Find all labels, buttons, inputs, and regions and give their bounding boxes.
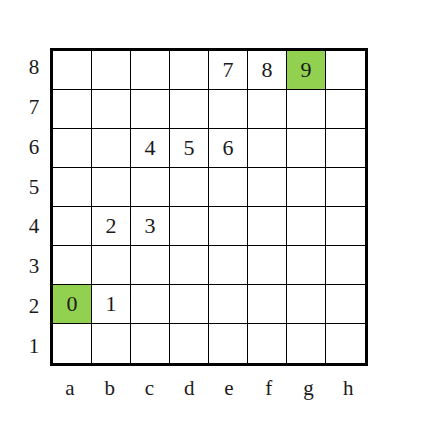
cell-a7[interactable] [53, 90, 92, 129]
cell-h6[interactable] [326, 129, 365, 168]
cell-b8[interactable] [92, 51, 131, 90]
col-label-h: h [328, 372, 368, 404]
cell-e8[interactable]: 7 [209, 51, 248, 90]
cell-a6[interactable] [53, 129, 92, 168]
cell-c3[interactable] [131, 246, 170, 285]
cell-c1[interactable] [131, 324, 170, 363]
board-grid: 7894562301 [50, 48, 368, 366]
cell-b6[interactable] [92, 129, 131, 168]
cell-g3[interactable] [287, 246, 326, 285]
cell-b5[interactable] [92, 168, 131, 207]
cell-d4[interactable] [170, 207, 209, 246]
cell-g1[interactable] [287, 324, 326, 363]
cell-h2[interactable] [326, 285, 365, 324]
cell-d2[interactable] [170, 285, 209, 324]
cell-f4[interactable] [248, 207, 287, 246]
col-label-b: b [90, 372, 130, 404]
col-label-d: d [169, 372, 209, 404]
cell-g4[interactable] [287, 207, 326, 246]
cell-h4[interactable] [326, 207, 365, 246]
col-label-f: f [249, 372, 289, 404]
col-label-a: a [50, 372, 90, 404]
cell-d1[interactable] [170, 324, 209, 363]
col-label-e: e [209, 372, 249, 404]
cell-g5[interactable] [287, 168, 326, 207]
row-label-5: 5 [22, 167, 46, 207]
cell-a4[interactable] [53, 207, 92, 246]
cell-d3[interactable] [170, 246, 209, 285]
cell-g8[interactable]: 9 [287, 51, 326, 90]
cell-b7[interactable] [92, 90, 131, 129]
cell-f5[interactable] [248, 168, 287, 207]
cell-d6[interactable]: 5 [170, 129, 209, 168]
cell-f3[interactable] [248, 246, 287, 285]
row-label-3: 3 [22, 247, 46, 287]
row-label-6: 6 [22, 128, 46, 168]
cell-h8[interactable] [326, 51, 365, 90]
cell-a3[interactable] [53, 246, 92, 285]
col-label-g: g [289, 372, 329, 404]
cell-a5[interactable] [53, 168, 92, 207]
cell-f8[interactable]: 8 [248, 51, 287, 90]
cell-f6[interactable] [248, 129, 287, 168]
cell-a2[interactable]: 0 [53, 285, 92, 324]
cell-c8[interactable] [131, 51, 170, 90]
cell-h7[interactable] [326, 90, 365, 129]
cell-c7[interactable] [131, 90, 170, 129]
cell-c6[interactable]: 4 [131, 129, 170, 168]
cell-c2[interactable] [131, 285, 170, 324]
row-label-2: 2 [22, 287, 46, 327]
cell-f1[interactable] [248, 324, 287, 363]
cell-b4[interactable]: 2 [92, 207, 131, 246]
cell-a8[interactable] [53, 51, 92, 90]
row-label-8: 8 [22, 48, 46, 88]
cell-d7[interactable] [170, 90, 209, 129]
cell-f7[interactable] [248, 90, 287, 129]
cell-d8[interactable] [170, 51, 209, 90]
row-label-1: 1 [22, 326, 46, 366]
cell-e3[interactable] [209, 246, 248, 285]
col-labels: abcdefgh [50, 372, 368, 404]
cell-c4[interactable]: 3 [131, 207, 170, 246]
cell-e6[interactable]: 6 [209, 129, 248, 168]
cell-e5[interactable] [209, 168, 248, 207]
cell-b1[interactable] [92, 324, 131, 363]
cell-g2[interactable] [287, 285, 326, 324]
cell-f2[interactable] [248, 285, 287, 324]
cell-d5[interactable] [170, 168, 209, 207]
cell-e7[interactable] [209, 90, 248, 129]
cell-a1[interactable] [53, 324, 92, 363]
cell-e2[interactable] [209, 285, 248, 324]
cell-e1[interactable] [209, 324, 248, 363]
row-labels: 87654321 [22, 48, 46, 366]
cell-h1[interactable] [326, 324, 365, 363]
row-label-4: 4 [22, 207, 46, 247]
cell-g6[interactable] [287, 129, 326, 168]
cell-b3[interactable] [92, 246, 131, 285]
col-label-c: c [130, 372, 170, 404]
row-label-7: 7 [22, 88, 46, 128]
cell-h5[interactable] [326, 168, 365, 207]
cell-g7[interactable] [287, 90, 326, 129]
cell-e4[interactable] [209, 207, 248, 246]
cell-b2[interactable]: 1 [92, 285, 131, 324]
cell-h3[interactable] [326, 246, 365, 285]
cell-c5[interactable] [131, 168, 170, 207]
